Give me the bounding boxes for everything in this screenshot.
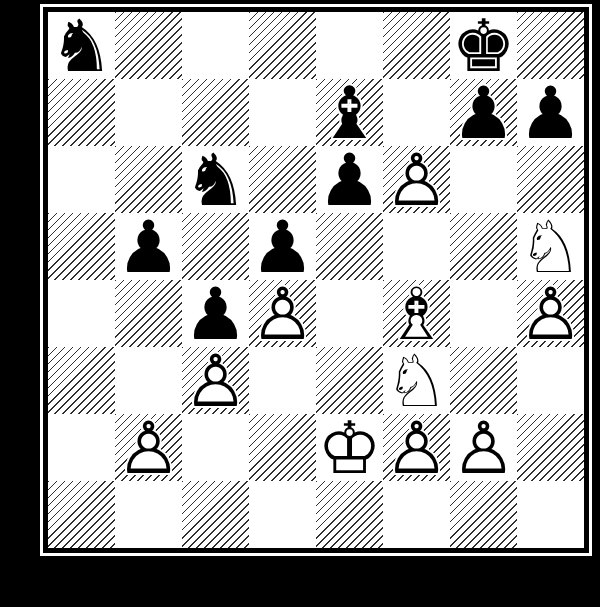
piece-glyph: ♟ xyxy=(182,280,249,347)
square-c5[interactable] xyxy=(182,213,249,280)
piece-glyph: ♙ xyxy=(517,280,584,347)
piece-glyph: ♘ xyxy=(383,347,450,414)
square-g5[interactable] xyxy=(450,213,517,280)
square-f3[interactable]: ♞♘ xyxy=(383,347,450,414)
piece-white-knight-f3[interactable]: ♞♘ xyxy=(383,347,450,414)
piece-black-knight-a8[interactable]: ♞♞ xyxy=(48,12,115,79)
piece-white-bishop-f4[interactable]: ♝♗ xyxy=(383,280,450,347)
piece-black-bishop-e7[interactable]: ♝♝ xyxy=(316,79,383,146)
square-f1[interactable] xyxy=(383,481,450,548)
piece-glyph: ♙ xyxy=(182,347,249,414)
piece-white-pawn-h4[interactable]: ♟♙ xyxy=(517,280,584,347)
square-d5[interactable]: ♟♟ xyxy=(249,213,316,280)
square-c1[interactable] xyxy=(182,481,249,548)
square-b2[interactable]: ♟♙ xyxy=(115,414,182,481)
square-h6[interactable] xyxy=(517,146,584,213)
piece-white-pawn-f6[interactable]: ♟♙ xyxy=(383,146,450,213)
square-b6[interactable] xyxy=(115,146,182,213)
piece-glyph: ♟ xyxy=(115,213,182,280)
piece-glyph: ♞ xyxy=(48,12,115,79)
square-d6[interactable] xyxy=(249,146,316,213)
piece-glyph: ♝ xyxy=(316,79,383,146)
square-a4[interactable] xyxy=(48,280,115,347)
square-b8[interactable] xyxy=(115,12,182,79)
square-e2[interactable]: ♚♔ xyxy=(316,414,383,481)
square-h2[interactable] xyxy=(517,414,584,481)
square-c4[interactable]: ♟♟ xyxy=(182,280,249,347)
piece-white-king-e2[interactable]: ♚♔ xyxy=(316,414,383,481)
square-d2[interactable] xyxy=(249,414,316,481)
square-a6[interactable] xyxy=(48,146,115,213)
piece-glyph: ♔ xyxy=(316,414,383,481)
square-e1[interactable] xyxy=(316,481,383,548)
square-c3[interactable]: ♟♙ xyxy=(182,347,249,414)
square-h8[interactable] xyxy=(517,12,584,79)
piece-white-knight-h5[interactable]: ♞♘ xyxy=(517,213,584,280)
square-g3[interactable] xyxy=(450,347,517,414)
piece-white-pawn-f2[interactable]: ♟♙ xyxy=(383,414,450,481)
square-g1[interactable] xyxy=(450,481,517,548)
square-f8[interactable] xyxy=(383,12,450,79)
square-c7[interactable] xyxy=(182,79,249,146)
square-c6[interactable]: ♞♞ xyxy=(182,146,249,213)
square-e7[interactable]: ♝♝ xyxy=(316,79,383,146)
page-background: { "game": "chess", "title": "Chess posit… xyxy=(0,0,600,607)
square-e3[interactable] xyxy=(316,347,383,414)
square-b4[interactable] xyxy=(115,280,182,347)
square-a5[interactable] xyxy=(48,213,115,280)
square-f2[interactable]: ♟♙ xyxy=(383,414,450,481)
piece-glyph: ♟ xyxy=(249,213,316,280)
piece-glyph: ♟ xyxy=(450,79,517,146)
square-c8[interactable] xyxy=(182,12,249,79)
square-d1[interactable] xyxy=(249,481,316,548)
square-g8[interactable]: ♚♚ xyxy=(450,12,517,79)
piece-white-pawn-b2[interactable]: ♟♙ xyxy=(115,414,182,481)
square-g6[interactable] xyxy=(450,146,517,213)
square-a3[interactable] xyxy=(48,347,115,414)
piece-black-king-g8[interactable]: ♚♚ xyxy=(450,12,517,79)
square-f7[interactable] xyxy=(383,79,450,146)
piece-black-pawn-h7[interactable]: ♟♟ xyxy=(517,79,584,146)
square-e6[interactable]: ♟♟ xyxy=(316,146,383,213)
piece-black-pawn-c4[interactable]: ♟♟ xyxy=(182,280,249,347)
piece-glyph: ♞ xyxy=(182,146,249,213)
square-d4[interactable]: ♟♙ xyxy=(249,280,316,347)
square-b5[interactable]: ♟♟ xyxy=(115,213,182,280)
piece-glyph: ♘ xyxy=(517,213,584,280)
piece-black-pawn-e6[interactable]: ♟♟ xyxy=(316,146,383,213)
square-d8[interactable] xyxy=(249,12,316,79)
piece-glyph: ♟ xyxy=(517,79,584,146)
square-e8[interactable] xyxy=(316,12,383,79)
square-b7[interactable] xyxy=(115,79,182,146)
square-g4[interactable] xyxy=(450,280,517,347)
piece-glyph: ♙ xyxy=(249,280,316,347)
square-a7[interactable] xyxy=(48,79,115,146)
piece-white-pawn-c3[interactable]: ♟♙ xyxy=(182,347,249,414)
piece-black-pawn-d5[interactable]: ♟♟ xyxy=(249,213,316,280)
square-f4[interactable]: ♝♗ xyxy=(383,280,450,347)
square-f6[interactable]: ♟♙ xyxy=(383,146,450,213)
square-e5[interactable] xyxy=(316,213,383,280)
piece-glyph: ♚ xyxy=(450,12,517,79)
piece-glyph: ♙ xyxy=(115,414,182,481)
board-frame: ♞♞♚♚♝♝♟♟♟♟♞♞♟♟♟♙♟♟♟♟♞♘♟♟♟♙♝♗♟♙♟♙♞♘♟♙♚♔♟♙… xyxy=(40,4,592,556)
square-b3[interactable] xyxy=(115,347,182,414)
piece-glyph: ♗ xyxy=(383,280,450,347)
piece-black-pawn-g7[interactable]: ♟♟ xyxy=(450,79,517,146)
square-a1[interactable] xyxy=(48,481,115,548)
piece-white-pawn-d4[interactable]: ♟♙ xyxy=(249,280,316,347)
square-h4[interactable]: ♟♙ xyxy=(517,280,584,347)
piece-glyph: ♙ xyxy=(450,414,517,481)
square-a8[interactable]: ♞♞ xyxy=(48,12,115,79)
square-f5[interactable] xyxy=(383,213,450,280)
piece-white-pawn-g2[interactable]: ♟♙ xyxy=(450,414,517,481)
square-h1[interactable] xyxy=(517,481,584,548)
square-b1[interactable] xyxy=(115,481,182,548)
square-a2[interactable] xyxy=(48,414,115,481)
piece-black-pawn-b5[interactable]: ♟♟ xyxy=(115,213,182,280)
square-e4[interactable] xyxy=(316,280,383,347)
chess-board: ♞♞♚♚♝♝♟♟♟♟♞♞♟♟♟♙♟♟♟♟♞♘♟♟♟♙♝♗♟♙♟♙♞♘♟♙♚♔♟♙… xyxy=(43,7,589,553)
square-d7[interactable] xyxy=(249,79,316,146)
square-d3[interactable] xyxy=(249,347,316,414)
piece-glyph: ♙ xyxy=(383,146,450,213)
piece-glyph: ♙ xyxy=(383,414,450,481)
piece-glyph: ♟ xyxy=(316,146,383,213)
square-h3[interactable] xyxy=(517,347,584,414)
piece-black-knight-c6[interactable]: ♞♞ xyxy=(182,146,249,213)
square-c2[interactable] xyxy=(182,414,249,481)
square-g2[interactable]: ♟♙ xyxy=(450,414,517,481)
square-g7[interactable]: ♟♟ xyxy=(450,79,517,146)
square-h5[interactable]: ♞♘ xyxy=(517,213,584,280)
square-h7[interactable]: ♟♟ xyxy=(517,79,584,146)
